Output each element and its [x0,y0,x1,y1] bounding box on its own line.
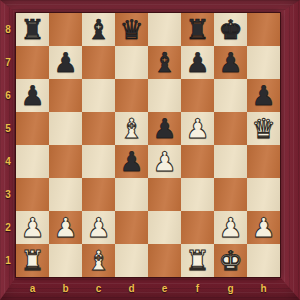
square-a2[interactable]: ♟ [16,211,49,244]
chess-diagram: 8 7 6 5 4 3 2 1 ♜♝♛♜♚♟♝♟♟♟♟♝♟♟♛♟♟♟♟♟♟♟♜♝… [0,0,300,300]
file-label-g: g [214,277,247,300]
square-h5[interactable]: ♛ [247,112,280,145]
piece-white-pawn[interactable]: ♟ [82,211,115,244]
piece-black-pawn[interactable]: ♟ [49,46,82,79]
piece-black-bishop[interactable]: ♝ [148,46,181,79]
file-label-e: e [148,277,181,300]
square-b8[interactable] [49,13,82,46]
square-c2[interactable]: ♟ [82,211,115,244]
square-c6[interactable] [82,79,115,112]
piece-white-pawn[interactable]: ♟ [49,211,82,244]
rank-label-8: 8 [0,13,16,46]
square-a7[interactable] [16,46,49,79]
frame-right [280,0,300,300]
file-label-h: h [247,277,280,300]
square-g5[interactable] [214,112,247,145]
square-a5[interactable] [16,112,49,145]
piece-white-queen[interactable]: ♛ [247,112,280,145]
square-h8[interactable] [247,13,280,46]
square-b1[interactable] [49,244,82,277]
square-g7[interactable]: ♟ [214,46,247,79]
rank-label-4: 4 [0,145,16,178]
square-b6[interactable] [49,79,82,112]
piece-white-bishop[interactable]: ♝ [115,112,148,145]
square-b7[interactable]: ♟ [49,46,82,79]
piece-white-king[interactable]: ♚ [214,244,247,277]
square-d4[interactable]: ♟ [115,145,148,178]
file-label-d: d [115,277,148,300]
square-e3[interactable] [148,178,181,211]
piece-white-bishop[interactable]: ♝ [82,244,115,277]
piece-white-rook[interactable]: ♜ [181,244,214,277]
square-c8[interactable]: ♝ [82,13,115,46]
square-f8[interactable]: ♜ [181,13,214,46]
square-b4[interactable] [49,145,82,178]
piece-white-pawn[interactable]: ♟ [148,145,181,178]
piece-black-pawn[interactable]: ♟ [115,145,148,178]
square-g6[interactable] [214,79,247,112]
square-e8[interactable] [148,13,181,46]
square-f7[interactable]: ♟ [181,46,214,79]
piece-black-king[interactable]: ♚ [214,13,247,46]
file-label-a: a [16,277,49,300]
square-e6[interactable] [148,79,181,112]
square-g1[interactable]: ♚ [214,244,247,277]
piece-white-rook[interactable]: ♜ [16,244,49,277]
square-f5[interactable]: ♟ [181,112,214,145]
piece-black-pawn[interactable]: ♟ [214,46,247,79]
rank-labels: 8 7 6 5 4 3 2 1 [0,13,16,277]
square-f1[interactable]: ♜ [181,244,214,277]
square-h4[interactable] [247,145,280,178]
square-h6[interactable]: ♟ [247,79,280,112]
square-a1[interactable]: ♜ [16,244,49,277]
piece-black-rook[interactable]: ♜ [16,13,49,46]
square-f6[interactable] [181,79,214,112]
square-d2[interactable] [115,211,148,244]
square-e4[interactable]: ♟ [148,145,181,178]
piece-black-pawn[interactable]: ♟ [16,79,49,112]
piece-black-pawn[interactable]: ♟ [181,46,214,79]
square-e7[interactable]: ♝ [148,46,181,79]
rank-label-5: 5 [0,112,16,145]
rank-label-7: 7 [0,46,16,79]
square-a4[interactable] [16,145,49,178]
square-e2[interactable] [148,211,181,244]
piece-black-pawn[interactable]: ♟ [247,79,280,112]
square-f2[interactable] [181,211,214,244]
file-label-f: f [181,277,214,300]
piece-black-rook[interactable]: ♜ [181,13,214,46]
square-d5[interactable]: ♝ [115,112,148,145]
square-c7[interactable] [82,46,115,79]
piece-black-bishop[interactable]: ♝ [82,13,115,46]
square-e5[interactable]: ♟ [148,112,181,145]
square-d8[interactable]: ♛ [115,13,148,46]
square-a3[interactable] [16,178,49,211]
square-f3[interactable] [181,178,214,211]
square-a8[interactable]: ♜ [16,13,49,46]
square-h3[interactable] [247,178,280,211]
square-g3[interactable] [214,178,247,211]
square-g8[interactable]: ♚ [214,13,247,46]
rank-label-1: 1 [0,244,16,277]
square-c1[interactable]: ♝ [82,244,115,277]
rank-label-3: 3 [0,178,16,211]
square-a6[interactable]: ♟ [16,79,49,112]
square-g4[interactable] [214,145,247,178]
piece-black-queen[interactable]: ♛ [115,13,148,46]
piece-black-pawn[interactable]: ♟ [148,112,181,145]
square-c5[interactable] [82,112,115,145]
square-c3[interactable] [82,178,115,211]
file-label-b: b [49,277,82,300]
square-e1[interactable] [148,244,181,277]
square-g2[interactable]: ♟ [214,211,247,244]
file-label-c: c [82,277,115,300]
piece-white-pawn[interactable]: ♟ [16,211,49,244]
square-b5[interactable] [49,112,82,145]
file-labels: a b c d e f g h [16,277,280,300]
square-b3[interactable] [49,178,82,211]
square-h1[interactable] [247,244,280,277]
rank-label-2: 2 [0,211,16,244]
square-b2[interactable]: ♟ [49,211,82,244]
square-h7[interactable] [247,46,280,79]
square-d1[interactable] [115,244,148,277]
square-c4[interactable] [82,145,115,178]
piece-white-pawn[interactable]: ♟ [181,112,214,145]
piece-white-pawn[interactable]: ♟ [214,211,247,244]
square-f4[interactable] [181,145,214,178]
square-d7[interactable] [115,46,148,79]
square-d3[interactable] [115,178,148,211]
piece-white-pawn[interactable]: ♟ [247,211,280,244]
board: ♜♝♛♜♚♟♝♟♟♟♟♝♟♟♛♟♟♟♟♟♟♟♜♝♜♚ [16,13,280,277]
rank-label-6: 6 [0,79,16,112]
square-h2[interactable]: ♟ [247,211,280,244]
square-d6[interactable] [115,79,148,112]
